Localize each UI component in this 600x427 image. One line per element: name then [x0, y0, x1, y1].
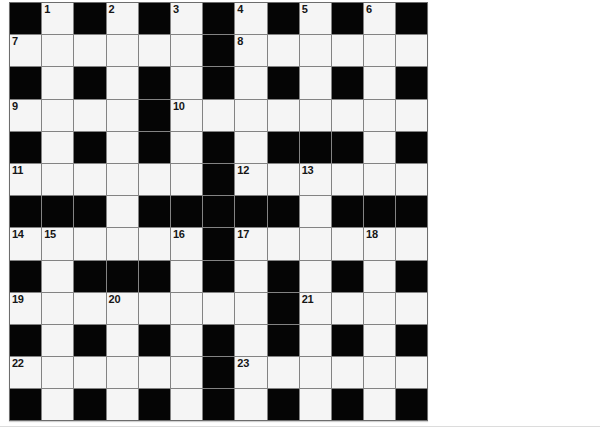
letter-cell-r1c2[interactable] — [74, 35, 105, 66]
letter-cell-r11c5[interactable] — [171, 357, 202, 388]
letter-cell-r5c8[interactable] — [268, 164, 299, 195]
letter-cell-r9c2[interactable] — [74, 293, 105, 324]
block-cell-r8c6 — [203, 261, 234, 292]
letter-cell-r11c0[interactable]: 22 — [10, 357, 41, 388]
letter-cell-r9c7[interactable] — [235, 293, 266, 324]
clue-number-23: 23 — [237, 358, 249, 369]
block-cell-r0c6 — [203, 3, 234, 34]
block-cell-r6c10 — [332, 196, 363, 227]
block-cell-r2c4 — [139, 67, 170, 98]
letter-cell-r2c5[interactable] — [171, 67, 202, 98]
letter-cell-r11c11[interactable] — [364, 357, 395, 388]
block-cell-r11c6 — [203, 357, 234, 388]
block-cell-r6c5 — [171, 196, 202, 227]
letter-cell-r7c12[interactable] — [396, 228, 427, 259]
clue-number-8: 8 — [237, 36, 243, 47]
block-cell-r10c0 — [10, 325, 41, 356]
letter-cell-r5c11[interactable] — [364, 164, 395, 195]
letter-cell-r3c12[interactable] — [396, 100, 427, 131]
letter-cell-r5c0[interactable]: 11 — [10, 164, 41, 195]
letter-cell-r5c12[interactable] — [396, 164, 427, 195]
block-cell-r6c4 — [139, 196, 170, 227]
block-cell-r4c6 — [203, 132, 234, 163]
block-cell-r4c2 — [74, 132, 105, 163]
letter-cell-r11c10[interactable] — [332, 357, 363, 388]
letter-cell-r10c9[interactable] — [300, 325, 331, 356]
letter-cell-r8c5[interactable] — [171, 261, 202, 292]
clue-number-15: 15 — [44, 229, 56, 240]
block-cell-r0c12 — [396, 3, 427, 34]
block-cell-r10c12 — [396, 325, 427, 356]
letter-cell-r9c0[interactable]: 19 — [10, 293, 41, 324]
letter-cell-r2c7[interactable] — [235, 67, 266, 98]
block-cell-r2c12 — [396, 67, 427, 98]
letter-cell-r1c3[interactable] — [107, 35, 138, 66]
letter-cell-r10c5[interactable] — [171, 325, 202, 356]
letter-cell-r12c3[interactable] — [107, 389, 138, 420]
letter-cell-r11c1[interactable] — [42, 357, 73, 388]
letter-cell-r4c7[interactable] — [235, 132, 266, 163]
block-cell-r12c2 — [74, 389, 105, 420]
clue-number-10: 10 — [173, 101, 185, 112]
block-cell-r6c6 — [203, 196, 234, 227]
block-cell-r2c0 — [10, 67, 41, 98]
letter-cell-r9c10[interactable] — [332, 293, 363, 324]
block-cell-r12c8 — [268, 389, 299, 420]
letter-cell-r2c9[interactable] — [300, 67, 331, 98]
letter-cell-r9c4[interactable] — [139, 293, 170, 324]
block-cell-r0c2 — [74, 3, 105, 34]
letter-cell-r7c3[interactable] — [107, 228, 138, 259]
block-cell-r6c1 — [42, 196, 73, 227]
letter-cell-r5c9[interactable]: 13 — [300, 164, 331, 195]
letter-cell-r10c1[interactable] — [42, 325, 73, 356]
letter-cell-r5c1[interactable] — [42, 164, 73, 195]
block-cell-r6c7 — [235, 196, 266, 227]
letter-cell-r3c3[interactable] — [107, 100, 138, 131]
letter-cell-r1c12[interactable] — [396, 35, 427, 66]
block-cell-r12c4 — [139, 389, 170, 420]
block-cell-r8c12 — [396, 261, 427, 292]
block-cell-r8c0 — [10, 261, 41, 292]
block-cell-r10c2 — [74, 325, 105, 356]
letter-cell-r12c5[interactable] — [171, 389, 202, 420]
letter-cell-r8c9[interactable] — [300, 261, 331, 292]
letter-cell-r3c6[interactable] — [203, 100, 234, 131]
letter-cell-r4c3[interactable] — [107, 132, 138, 163]
letter-cell-r12c7[interactable] — [235, 389, 266, 420]
letter-cell-r11c3[interactable] — [107, 357, 138, 388]
letter-cell-r3c2[interactable] — [74, 100, 105, 131]
letter-cell-r8c11[interactable] — [364, 261, 395, 292]
block-cell-r4c12 — [396, 132, 427, 163]
letter-cell-r9c5[interactable] — [171, 293, 202, 324]
block-cell-r12c0 — [10, 389, 41, 420]
letter-cell-r7c4[interactable] — [139, 228, 170, 259]
block-cell-r4c0 — [10, 132, 41, 163]
block-cell-r6c11 — [364, 196, 395, 227]
clue-number-13: 13 — [302, 165, 314, 176]
letter-cell-r5c5[interactable] — [171, 164, 202, 195]
block-cell-r4c4 — [139, 132, 170, 163]
letter-cell-r12c11[interactable] — [364, 389, 395, 420]
block-cell-r2c6 — [203, 67, 234, 98]
letter-cell-r7c8[interactable] — [268, 228, 299, 259]
letter-cell-r11c7[interactable]: 23 — [235, 357, 266, 388]
letter-cell-r11c2[interactable] — [74, 357, 105, 388]
block-cell-r6c8 — [268, 196, 299, 227]
block-cell-r4c10 — [332, 132, 363, 163]
letter-cell-r3c8[interactable] — [268, 100, 299, 131]
block-cell-r12c10 — [332, 389, 363, 420]
letter-cell-r3c5[interactable]: 10 — [171, 100, 202, 131]
block-cell-r2c2 — [74, 67, 105, 98]
letter-cell-r9c11[interactable] — [364, 293, 395, 324]
block-cell-r6c12 — [396, 196, 427, 227]
block-cell-r9c8 — [268, 293, 299, 324]
block-cell-r10c8 — [268, 325, 299, 356]
clue-number-6: 6 — [366, 4, 372, 15]
letter-cell-r1c9[interactable] — [300, 35, 331, 66]
letter-cell-r1c11[interactable] — [364, 35, 395, 66]
block-cell-r8c3 — [107, 261, 138, 292]
letter-cell-r5c7[interactable]: 12 — [235, 164, 266, 195]
block-cell-r12c12 — [396, 389, 427, 420]
block-cell-r0c10 — [332, 3, 363, 34]
letter-cell-r7c7[interactable]: 17 — [235, 228, 266, 259]
letter-cell-r1c1[interactable] — [42, 35, 73, 66]
block-cell-r5c6 — [203, 164, 234, 195]
block-cell-r10c4 — [139, 325, 170, 356]
clue-number-21: 21 — [302, 294, 314, 305]
letter-cell-r6c3[interactable] — [107, 196, 138, 227]
letter-cell-r11c8[interactable] — [268, 357, 299, 388]
clue-number-9: 9 — [12, 101, 18, 112]
block-cell-r0c4 — [139, 3, 170, 34]
letter-cell-r9c1[interactable] — [42, 293, 73, 324]
block-cell-r8c2 — [74, 261, 105, 292]
clue-number-5: 5 — [302, 4, 308, 15]
letter-cell-r2c1[interactable] — [42, 67, 73, 98]
letter-cell-r4c5[interactable] — [171, 132, 202, 163]
block-cell-r2c8 — [268, 67, 299, 98]
block-cell-r6c0 — [10, 196, 41, 227]
letter-cell-r5c10[interactable] — [332, 164, 363, 195]
letter-cell-r0c1[interactable]: 1 — [42, 3, 73, 34]
block-cell-r7c6 — [203, 228, 234, 259]
block-cell-r10c6 — [203, 325, 234, 356]
clue-number-20: 20 — [109, 294, 121, 305]
page: 1234567891011121314151617181920212223 — [0, 0, 600, 427]
letter-cell-r8c7[interactable] — [235, 261, 266, 292]
clue-number-4: 4 — [237, 4, 243, 15]
letter-cell-r1c5[interactable] — [171, 35, 202, 66]
letter-cell-r12c9[interactable] — [300, 389, 331, 420]
crossword-grid: 1234567891011121314151617181920212223 — [9, 2, 428, 421]
clue-number-22: 22 — [12, 358, 24, 369]
letter-cell-r1c7[interactable]: 8 — [235, 35, 266, 66]
letter-cell-r10c11[interactable] — [364, 325, 395, 356]
block-cell-r8c4 — [139, 261, 170, 292]
block-cell-r0c8 — [268, 3, 299, 34]
letter-cell-r7c1[interactable]: 15 — [42, 228, 73, 259]
letter-cell-r3c9[interactable] — [300, 100, 331, 131]
block-cell-r4c8 — [268, 132, 299, 163]
block-cell-r8c10 — [332, 261, 363, 292]
letter-cell-r5c2[interactable] — [74, 164, 105, 195]
block-cell-r1c6 — [203, 35, 234, 66]
letter-cell-r2c3[interactable] — [107, 67, 138, 98]
letter-cell-r3c0[interactable]: 9 — [10, 100, 41, 131]
clue-number-14: 14 — [12, 229, 24, 240]
letter-cell-r1c4[interactable] — [139, 35, 170, 66]
letter-cell-r3c11[interactable] — [364, 100, 395, 131]
letter-cell-r11c9[interactable] — [300, 357, 331, 388]
letter-cell-r7c11[interactable]: 18 — [364, 228, 395, 259]
letter-cell-r0c3[interactable]: 2 — [107, 3, 138, 34]
block-cell-r2c10 — [332, 67, 363, 98]
letter-cell-r10c3[interactable] — [107, 325, 138, 356]
letter-cell-r1c10[interactable] — [332, 35, 363, 66]
letter-cell-r1c8[interactable] — [268, 35, 299, 66]
letter-cell-r4c1[interactable] — [42, 132, 73, 163]
letter-cell-r7c0[interactable]: 14 — [10, 228, 41, 259]
letter-cell-r9c12[interactable] — [396, 293, 427, 324]
letter-cell-r3c7[interactable] — [235, 100, 266, 131]
letter-cell-r0c5[interactable]: 3 — [171, 3, 202, 34]
letter-cell-r7c2[interactable] — [74, 228, 105, 259]
letter-cell-r7c9[interactable] — [300, 228, 331, 259]
letter-cell-r11c12[interactable] — [396, 357, 427, 388]
letter-cell-r7c10[interactable] — [332, 228, 363, 259]
letter-cell-r0c7[interactable]: 4 — [235, 3, 266, 34]
letter-cell-r3c10[interactable] — [332, 100, 363, 131]
letter-cell-r8c1[interactable] — [42, 261, 73, 292]
letter-cell-r12c1[interactable] — [42, 389, 73, 420]
clue-number-11: 11 — [12, 165, 23, 176]
block-cell-r4c9 — [300, 132, 331, 163]
letter-cell-r0c9[interactable]: 5 — [300, 3, 331, 34]
clue-number-7: 7 — [12, 36, 18, 47]
letter-cell-r5c4[interactable] — [139, 164, 170, 195]
block-cell-r8c8 — [268, 261, 299, 292]
clue-number-2: 2 — [109, 4, 115, 15]
letter-cell-r6c9[interactable] — [300, 196, 331, 227]
clue-number-16: 16 — [173, 229, 185, 240]
letter-cell-r3c1[interactable] — [42, 100, 73, 131]
block-cell-r0c0 — [10, 3, 41, 34]
block-cell-r6c2 — [74, 196, 105, 227]
clue-number-12: 12 — [237, 165, 249, 176]
clue-number-3: 3 — [173, 4, 179, 15]
clue-number-17: 17 — [237, 229, 249, 240]
letter-cell-r9c3[interactable]: 20 — [107, 293, 138, 324]
letter-cell-r5c3[interactable] — [107, 164, 138, 195]
letter-cell-r11c4[interactable] — [139, 357, 170, 388]
letter-cell-r2c11[interactable] — [364, 67, 395, 98]
letter-cell-r1c0[interactable]: 7 — [10, 35, 41, 66]
letter-cell-r10c7[interactable] — [235, 325, 266, 356]
letter-cell-r9c9[interactable]: 21 — [300, 293, 331, 324]
clue-number-19: 19 — [12, 294, 24, 305]
letter-cell-r0c11[interactable]: 6 — [364, 3, 395, 34]
clue-number-18: 18 — [366, 229, 378, 240]
clue-number-1: 1 — [44, 4, 50, 15]
letter-cell-r7c5[interactable]: 16 — [171, 228, 202, 259]
block-cell-r12c6 — [203, 389, 234, 420]
block-cell-r3c4 — [139, 100, 170, 131]
block-cell-r10c10 — [332, 325, 363, 356]
letter-cell-r4c11[interactable] — [364, 132, 395, 163]
letter-cell-r9c6[interactable] — [203, 293, 234, 324]
